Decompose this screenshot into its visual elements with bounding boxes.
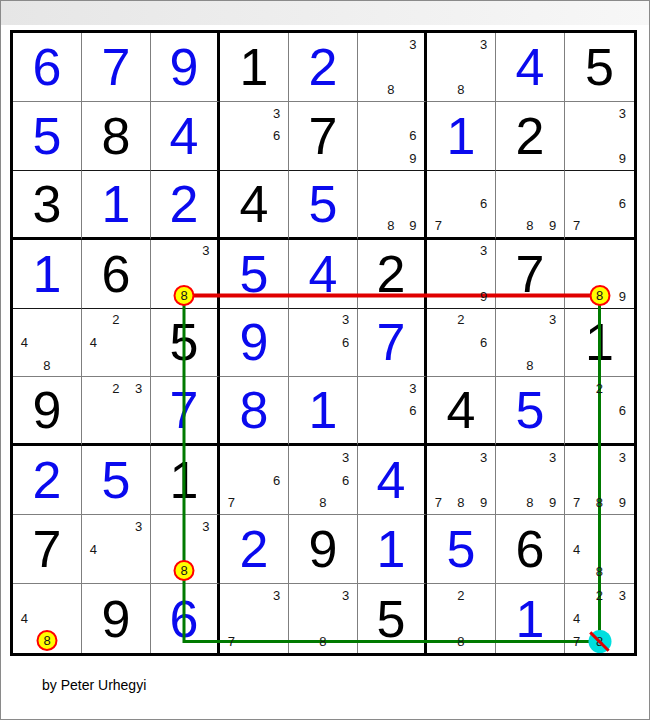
cell-r3c5[interactable]: 5 (289, 171, 358, 240)
candidate-6: 6 (334, 469, 357, 492)
candidate-8: 8 (312, 630, 335, 653)
cell-value: 5 (220, 240, 288, 308)
candidate-6: 6 (611, 399, 634, 421)
cell-r9c8[interactable]: 1 (496, 584, 565, 653)
candidate-9: 9 (472, 285, 495, 308)
candidate-6: 6 (402, 125, 424, 148)
cell-value: 5 (565, 33, 634, 101)
chain-node-circle-r4c3: 8 (174, 285, 195, 306)
candidate-8: 8 (380, 78, 402, 101)
cell-r1c1[interactable]: 6 (13, 33, 82, 102)
candidate-3: 3 (265, 102, 288, 125)
candidate-4: 4 (565, 607, 588, 630)
candidate-9: 9 (472, 492, 495, 515)
cell-r8c5[interactable]: 9 (289, 515, 358, 584)
candidate-9: 9 (611, 492, 634, 515)
cell-value: 2 (13, 446, 81, 514)
candidate-2: 2 (450, 584, 473, 607)
cell-value: 7 (496, 240, 564, 308)
cell-r7c9[interactable]: 3789 (565, 446, 634, 515)
candidate-9: 9 (541, 215, 564, 237)
candidate-2: 2 (105, 377, 128, 399)
cell-value: 7 (82, 33, 150, 101)
candidate-9: 9 (611, 147, 634, 170)
cell-value: 7 (358, 309, 424, 377)
cell-r2c2[interactable]: 8 (82, 102, 151, 171)
elimination-circle-r9c9: 8 (588, 630, 611, 653)
candidate-3: 3 (611, 446, 634, 469)
cell-value: 8 (82, 102, 150, 170)
cell-r6c8[interactable]: 5 (496, 377, 565, 446)
candidate-4: 4 (13, 607, 36, 630)
candidate-2: 2 (588, 584, 611, 607)
cell-value: 4 (220, 171, 288, 237)
candidate-3: 3 (541, 446, 564, 469)
cell-r1c2[interactable]: 7 (82, 33, 151, 102)
candidate-8: 8 (36, 354, 59, 377)
cell-value: 5 (427, 515, 495, 583)
title-strip (1, 1, 649, 25)
candidate-6: 6 (402, 399, 424, 421)
candidate-7: 7 (427, 492, 450, 515)
candidate-8: 8 (380, 215, 402, 237)
cell-value: 7 (13, 515, 81, 583)
cell-value: 9 (151, 33, 217, 101)
cell-value: 6 (151, 584, 217, 653)
cell-value: 5 (13, 102, 81, 170)
cell-r5c6[interactable]: 7 (358, 309, 427, 378)
cell-r8c4[interactable]: 2 (220, 515, 289, 584)
cell-value: 3 (13, 171, 81, 237)
candidate-3: 3 (334, 309, 357, 332)
cell-value: 2 (151, 171, 217, 237)
cell-r2c5[interactable]: 7 (289, 102, 358, 171)
candidate-3: 3 (334, 584, 357, 607)
cell-r6c9[interactable]: 26 (565, 377, 634, 446)
cell-r3c8[interactable]: 89 (496, 171, 565, 240)
cell-r4c1[interactable]: 1 (13, 240, 82, 309)
candidate-7: 7 (220, 492, 243, 515)
candidate-3: 3 (127, 377, 150, 399)
cell-r7c1[interactable]: 2 (13, 446, 82, 515)
cell-r5c9[interactable]: 1 (565, 309, 634, 378)
cell-r4c8[interactable]: 7 (496, 240, 565, 309)
cell-r2c4[interactable]: 36 (220, 102, 289, 171)
candidate-6: 6 (265, 469, 288, 492)
candidate-8: 8 (519, 354, 542, 377)
candidate-9: 9 (611, 285, 634, 308)
candidate-8: 8 (312, 492, 335, 515)
candidate-3: 3 (402, 33, 424, 56)
candidate-3: 3 (265, 584, 288, 607)
cell-value: 1 (496, 584, 564, 653)
cell-r4c5[interactable]: 4 (289, 240, 358, 309)
cell-r4c6[interactable]: 2 (358, 240, 427, 309)
cell-r7c2[interactable]: 5 (82, 446, 151, 515)
cell-value: 1 (220, 33, 288, 101)
cell-value: 1 (13, 240, 81, 308)
candidate-7: 7 (565, 630, 588, 653)
candidate-3: 3 (611, 584, 634, 607)
candidate-4: 4 (13, 331, 36, 354)
cell-value: 9 (289, 515, 357, 583)
sudoku-board: 6791238384558436769123931245896789671638… (10, 30, 637, 656)
candidate-6: 6 (611, 193, 634, 215)
cell-r1c3[interactable]: 9 (151, 33, 220, 102)
cell-value: 1 (151, 446, 217, 514)
cell-r1c5[interactable]: 2 (289, 33, 358, 102)
candidate-6: 6 (265, 125, 288, 148)
chain-node-circle-r9c1: 8 (37, 630, 58, 651)
candidate-3: 3 (195, 515, 217, 538)
cell-r9c4[interactable]: 37 (220, 584, 289, 653)
cell-value: 4 (151, 102, 217, 170)
candidate-6: 6 (472, 193, 495, 215)
cell-r7c8[interactable]: 389 (496, 446, 565, 515)
cell-r4c3[interactable]: 38 (151, 240, 220, 309)
candidate-8: 8 (450, 630, 473, 653)
cell-value: 9 (220, 309, 288, 377)
candidate-9: 9 (402, 147, 424, 170)
cell-r7c7[interactable]: 3789 (427, 446, 496, 515)
cell-r8c2[interactable]: 34 (82, 515, 151, 584)
cell-value: 8 (220, 377, 288, 443)
credit-text: by Peter Urhegyi (42, 677, 146, 693)
cell-value: 7 (151, 377, 217, 443)
candidate-3: 3 (472, 33, 495, 56)
candidate-8: 8 (450, 78, 473, 101)
cell-value: 1 (289, 377, 357, 443)
candidate-3: 3 (127, 515, 150, 538)
cell-r2c9[interactable]: 39 (565, 102, 634, 171)
cell-value: 2 (220, 515, 288, 583)
cell-r9c3[interactable]: 6 (151, 584, 220, 653)
candidate-4: 4 (82, 538, 105, 561)
candidate-3: 3 (334, 446, 357, 469)
candidate-7: 7 (220, 630, 243, 653)
cell-value: 5 (82, 446, 150, 514)
cell-value: 1 (427, 102, 495, 170)
cell-r6c3[interactable]: 7 (151, 377, 220, 446)
cell-r6c2[interactable]: 23 (82, 377, 151, 446)
cell-r7c4[interactable]: 67 (220, 446, 289, 515)
cell-r5c8[interactable]: 38 (496, 309, 565, 378)
candidate-3: 3 (611, 102, 634, 125)
cell-value: 6 (496, 515, 564, 583)
cell-r8c9[interactable]: 48 (565, 515, 634, 584)
candidate-8: 8 (588, 492, 611, 515)
cell-r7c6[interactable]: 4 (358, 446, 427, 515)
candidate-3: 3 (472, 240, 495, 263)
cell-r1c9[interactable]: 5 (565, 33, 634, 102)
cell-r9c6[interactable]: 5 (358, 584, 427, 653)
cell-value: 5 (289, 171, 357, 237)
cell-r5c4[interactable]: 9 (220, 309, 289, 378)
cell-value: 1 (82, 171, 150, 237)
candidate-8: 8 (519, 215, 542, 237)
cell-value: 6 (82, 240, 150, 308)
candidate-6: 6 (334, 331, 357, 354)
cell-r6c6[interactable]: 36 (358, 377, 427, 446)
candidate-8: 8 (519, 492, 542, 515)
cell-r2c1[interactable]: 5 (13, 102, 82, 171)
cell-r1c6[interactable]: 38 (358, 33, 427, 102)
cell-r1c4[interactable]: 1 (220, 33, 289, 102)
cell-value: 2 (289, 33, 357, 101)
board-wrap: 6791238384558436769123931245896789671638… (10, 30, 637, 656)
cell-r3c6[interactable]: 89 (358, 171, 427, 240)
cell-r2c7[interactable]: 1 (427, 102, 496, 171)
candidate-8: 8 (450, 492, 473, 515)
candidate-9: 9 (402, 215, 424, 237)
candidate-2: 2 (450, 309, 473, 332)
candidate-4: 4 (82, 331, 105, 354)
cell-r9c9[interactable]: 23478 (565, 584, 634, 653)
candidate-9: 9 (541, 492, 564, 515)
cell-r4c2[interactable]: 6 (82, 240, 151, 309)
cell-value: 4 (496, 33, 564, 101)
candidate-7: 7 (427, 215, 450, 237)
cell-r2c8[interactable]: 2 (496, 102, 565, 171)
cell-r5c2[interactable]: 24 (82, 309, 151, 378)
cell-r8c1[interactable]: 7 (13, 515, 82, 584)
cell-r8c3[interactable]: 38 (151, 515, 220, 584)
cell-value: 2 (496, 102, 564, 170)
cell-r8c6[interactable]: 1 (358, 515, 427, 584)
cell-r8c7[interactable]: 5 (427, 515, 496, 584)
chain-node-circle-r4c9: 8 (589, 285, 610, 306)
cell-r3c9[interactable]: 67 (565, 171, 634, 240)
candidate-3: 3 (195, 240, 217, 263)
cell-r1c7[interactable]: 38 (427, 33, 496, 102)
cell-value: 7 (289, 102, 357, 170)
cell-r3c7[interactable]: 67 (427, 171, 496, 240)
cell-r5c7[interactable]: 26 (427, 309, 496, 378)
cell-r9c5[interactable]: 38 (289, 584, 358, 653)
cell-r7c3[interactable]: 1 (151, 446, 220, 515)
cell-r2c3[interactable]: 4 (151, 102, 220, 171)
cell-r6c1[interactable]: 9 (13, 377, 82, 446)
candidate-6: 6 (472, 331, 495, 354)
cell-value: 5 (358, 584, 424, 653)
cell-r9c7[interactable]: 28 (427, 584, 496, 653)
candidate-3: 3 (472, 446, 495, 469)
candidate-3: 3 (402, 377, 424, 399)
cell-value: 6 (13, 33, 81, 101)
cell-value: 9 (13, 377, 81, 443)
cell-r6c7[interactable]: 4 (427, 377, 496, 446)
cell-r6c4[interactable]: 8 (220, 377, 289, 446)
candidate-2: 2 (588, 377, 611, 399)
cell-value: 9 (82, 584, 150, 653)
cell-r3c3[interactable]: 2 (151, 171, 220, 240)
cell-value: 1 (358, 515, 424, 583)
chain-node-circle-r8c3: 8 (174, 560, 195, 581)
cell-value: 4 (427, 377, 495, 443)
cell-r4c4[interactable]: 5 (220, 240, 289, 309)
cell-r9c2[interactable]: 9 (82, 584, 151, 653)
candidate-2: 2 (105, 309, 128, 332)
candidate-7: 7 (565, 492, 588, 515)
cell-r1c8[interactable]: 4 (496, 33, 565, 102)
cell-r2c6[interactable]: 69 (358, 102, 427, 171)
cell-r3c1[interactable]: 3 (13, 171, 82, 240)
candidate-8: 8 (588, 560, 611, 583)
cell-r3c4[interactable]: 4 (220, 171, 289, 240)
candidate-3: 3 (541, 309, 564, 332)
cell-r5c3[interactable]: 5 (151, 309, 220, 378)
candidate-7: 7 (565, 215, 588, 237)
cell-value: 2 (358, 240, 424, 308)
cell-r6c5[interactable]: 1 (289, 377, 358, 446)
cell-value: 5 (496, 377, 564, 443)
candidate-4: 4 (565, 538, 588, 561)
cell-r5c1[interactable]: 48 (13, 309, 82, 378)
cell-r3c2[interactable]: 1 (82, 171, 151, 240)
cell-value: 4 (358, 446, 424, 514)
cell-r4c9[interactable]: 89 (565, 240, 634, 309)
cell-value: 1 (565, 309, 634, 377)
cell-value: 5 (151, 309, 217, 377)
cell-r4c7[interactable]: 39 (427, 240, 496, 309)
cell-r9c1[interactable]: 48 (13, 584, 82, 653)
cell-r8c8[interactable]: 6 (496, 515, 565, 584)
cell-r7c5[interactable]: 368 (289, 446, 358, 515)
cell-value: 4 (289, 240, 357, 308)
cell-r5c5[interactable]: 36 (289, 309, 358, 378)
